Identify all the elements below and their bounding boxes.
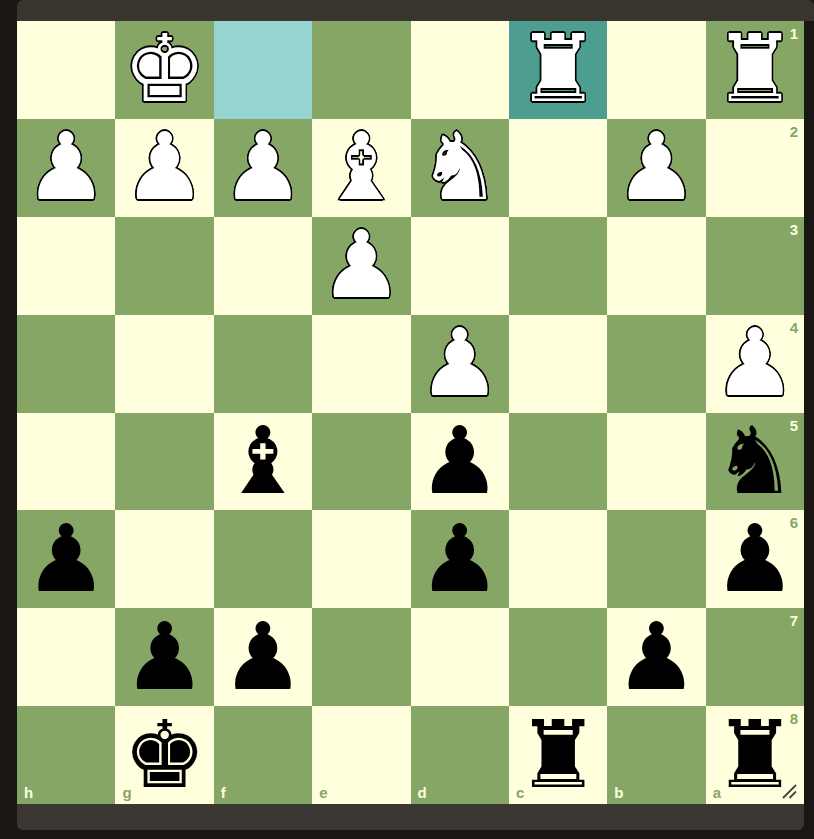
square-a2[interactable]: 2 <box>706 119 804 217</box>
black-bishop[interactable]: ♝ <box>214 413 312 511</box>
square-b1[interactable] <box>607 21 705 119</box>
square-c4[interactable] <box>509 315 607 413</box>
square-f5[interactable]: ♝ <box>214 413 312 511</box>
white-rook[interactable]: ♜ <box>706 21 804 119</box>
square-f1[interactable] <box>214 21 312 119</box>
square-h3[interactable] <box>17 217 115 315</box>
square-g5[interactable] <box>115 413 213 511</box>
white-pawn[interactable]: ♟ <box>17 119 115 217</box>
square-b5[interactable] <box>607 413 705 511</box>
square-a6[interactable]: 6♟ <box>706 510 804 608</box>
rank-label-2: 2 <box>790 124 798 139</box>
square-e4[interactable] <box>312 315 410 413</box>
square-d3[interactable] <box>411 217 509 315</box>
square-b2[interactable]: ♟ <box>607 119 705 217</box>
white-pawn[interactable]: ♟ <box>214 119 312 217</box>
square-b3[interactable] <box>607 217 705 315</box>
square-a1[interactable]: 1♜ <box>706 21 804 119</box>
black-pawn[interactable]: ♟ <box>411 413 509 511</box>
square-d5[interactable]: ♟ <box>411 413 509 511</box>
square-g7[interactable]: ♟ <box>115 608 213 706</box>
square-c5[interactable] <box>509 413 607 511</box>
black-pawn[interactable]: ♟ <box>214 608 312 706</box>
black-pawn[interactable]: ♟ <box>607 608 705 706</box>
resize-handle-icon[interactable] <box>780 782 800 800</box>
white-pawn[interactable]: ♟ <box>607 119 705 217</box>
file-label-e: e <box>319 785 327 800</box>
square-h2[interactable]: ♟ <box>17 119 115 217</box>
square-b7[interactable]: ♟ <box>607 608 705 706</box>
square-b8[interactable]: b <box>607 706 705 804</box>
black-king[interactable]: ♚ <box>115 706 213 804</box>
square-g4[interactable] <box>115 315 213 413</box>
chess-board: ♚♜1♜♟♟♟♝♞♟2♟3♟4♟♝♟5♞♟♟6♟♟♟♟7hg♚fedc♜b8a♜ <box>17 21 804 804</box>
square-c2[interactable] <box>509 119 607 217</box>
square-g2[interactable]: ♟ <box>115 119 213 217</box>
square-g6[interactable] <box>115 510 213 608</box>
square-d2[interactable]: ♞ <box>411 119 509 217</box>
bottom-bar <box>17 804 804 830</box>
black-pawn[interactable]: ♟ <box>115 608 213 706</box>
square-d1[interactable] <box>411 21 509 119</box>
square-f3[interactable] <box>214 217 312 315</box>
square-a5[interactable]: 5♞ <box>706 413 804 511</box>
square-g1[interactable]: ♚ <box>115 21 213 119</box>
square-b4[interactable] <box>607 315 705 413</box>
white-bishop[interactable]: ♝ <box>312 119 410 217</box>
white-pawn[interactable]: ♟ <box>411 315 509 413</box>
rank-label-3: 3 <box>790 222 798 237</box>
square-d6[interactable]: ♟ <box>411 510 509 608</box>
square-f7[interactable]: ♟ <box>214 608 312 706</box>
square-g8[interactable]: g♚ <box>115 706 213 804</box>
white-pawn[interactable]: ♟ <box>312 217 410 315</box>
square-f8[interactable]: f <box>214 706 312 804</box>
square-e6[interactable] <box>312 510 410 608</box>
black-pawn[interactable]: ♟ <box>17 510 115 608</box>
square-h1[interactable] <box>17 21 115 119</box>
white-pawn[interactable]: ♟ <box>706 315 804 413</box>
square-h4[interactable] <box>17 315 115 413</box>
square-c3[interactable] <box>509 217 607 315</box>
black-pawn[interactable]: ♟ <box>411 510 509 608</box>
file-label-d: d <box>418 785 427 800</box>
square-c6[interactable] <box>509 510 607 608</box>
square-c7[interactable] <box>509 608 607 706</box>
square-a4[interactable]: 4♟ <box>706 315 804 413</box>
white-knight[interactable]: ♞ <box>411 119 509 217</box>
file-label-f: f <box>221 785 226 800</box>
square-d7[interactable] <box>411 608 509 706</box>
square-a3[interactable]: 3 <box>706 217 804 315</box>
square-e3[interactable]: ♟ <box>312 217 410 315</box>
square-f4[interactable] <box>214 315 312 413</box>
square-a7[interactable]: 7 <box>706 608 804 706</box>
square-g3[interactable] <box>115 217 213 315</box>
black-knight[interactable]: ♞ <box>706 413 804 511</box>
square-d8[interactable]: d <box>411 706 509 804</box>
file-label-b: b <box>614 785 623 800</box>
square-h7[interactable] <box>17 608 115 706</box>
square-h8[interactable]: h <box>17 706 115 804</box>
file-label-h: h <box>24 785 33 800</box>
square-e7[interactable] <box>312 608 410 706</box>
square-e5[interactable] <box>312 413 410 511</box>
black-rook[interactable]: ♜ <box>509 706 607 804</box>
rank-label-7: 7 <box>790 613 798 628</box>
square-e8[interactable]: e <box>312 706 410 804</box>
white-pawn[interactable]: ♟ <box>115 119 213 217</box>
square-h5[interactable] <box>17 413 115 511</box>
square-e2[interactable]: ♝ <box>312 119 410 217</box>
square-f6[interactable] <box>214 510 312 608</box>
square-e1[interactable] <box>312 21 410 119</box>
white-king[interactable]: ♚ <box>115 21 213 119</box>
white-rook[interactable]: ♜ <box>509 21 607 119</box>
square-d4[interactable]: ♟ <box>411 315 509 413</box>
square-c8[interactable]: c♜ <box>509 706 607 804</box>
square-h6[interactable]: ♟ <box>17 510 115 608</box>
square-f2[interactable]: ♟ <box>214 119 312 217</box>
square-c1[interactable]: ♜ <box>509 21 607 119</box>
black-pawn[interactable]: ♟ <box>706 510 804 608</box>
square-b6[interactable] <box>607 510 705 608</box>
